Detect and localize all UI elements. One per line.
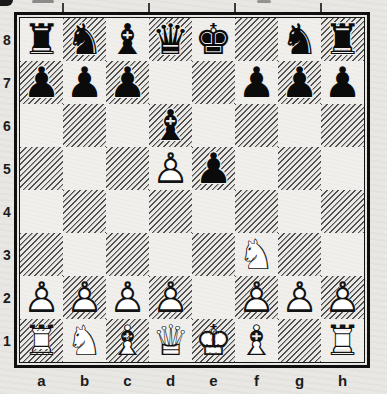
square-b2: ♟♙ (63, 276, 106, 319)
piece-outline-layer: ♘ (66, 320, 104, 362)
square-h3 (321, 233, 364, 276)
square-h5 (321, 147, 364, 190)
file-label-e: e (192, 372, 235, 389)
square-f3: ♞♘ (235, 233, 278, 276)
white-bishop-f1: ♝♗ (238, 320, 276, 362)
square-b6 (63, 104, 106, 147)
piece-outline-layer: ♙ (238, 277, 276, 319)
piece-outline-layer: ♘ (238, 234, 276, 276)
square-g6 (278, 104, 321, 147)
piece-outline-layer: ♙ (281, 277, 319, 319)
square-e6 (192, 104, 235, 147)
file-label-a: a (20, 372, 63, 389)
black-queen-d8: ♛ (152, 19, 190, 61)
piece-outline-layer: ♙ (152, 277, 190, 319)
square-c4 (106, 190, 149, 233)
white-queen-d1: ♛♕ (152, 320, 190, 362)
square-a4 (20, 190, 63, 233)
rank-labels: 8 7 6 5 4 3 2 1 (0, 18, 14, 362)
square-f5 (235, 147, 278, 190)
square-f7: ♟ (235, 61, 278, 104)
border-tick (62, 3, 64, 12)
chess-board: ♜♞♝♛♚♞♜♟♟♟♟♟♟♝♟♙♟♞♘♟♙♟♙♟♙♟♙♟♙♟♙♟♙♜♖♞♘♝♗♛… (20, 18, 364, 362)
square-f2: ♟♙ (235, 276, 278, 319)
black-pawn-h7: ♟ (324, 62, 362, 104)
square-e1: ♚♔ (192, 319, 235, 362)
square-f4 (235, 190, 278, 233)
file-label-c: c (106, 372, 149, 389)
white-pawn-d2: ♟♙ (152, 277, 190, 319)
square-d7 (149, 61, 192, 104)
piece-outline-layer: ♙ (324, 277, 362, 319)
square-c5 (106, 147, 149, 190)
scan-artifact (257, 0, 271, 3)
white-pawn-g2: ♟♙ (281, 277, 319, 319)
square-c8: ♝ (106, 18, 149, 61)
file-label-g: g (278, 372, 321, 389)
square-g2: ♟♙ (278, 276, 321, 319)
square-a8: ♜ (20, 18, 63, 61)
square-d3 (149, 233, 192, 276)
white-pawn-f2: ♟♙ (238, 277, 276, 319)
board-frame: ♜♞♝♛♚♞♜♟♟♟♟♟♟♝♟♙♟♞♘♟♙♟♙♟♙♟♙♟♙♟♙♟♙♜♖♞♘♝♗♛… (14, 12, 370, 368)
square-a6 (20, 104, 63, 147)
white-pawn-h2: ♟♙ (324, 277, 362, 319)
square-b3 (63, 233, 106, 276)
file-label-h: h (321, 372, 364, 389)
black-rook-h8: ♜ (324, 19, 362, 61)
black-pawn-f7: ♟ (238, 62, 276, 104)
white-pawn-b2: ♟♙ (66, 277, 104, 319)
square-h2: ♟♙ (321, 276, 364, 319)
square-h6 (321, 104, 364, 147)
black-pawn-e5: ♟ (195, 148, 233, 190)
square-c1: ♝♗ (106, 319, 149, 362)
square-d8: ♛ (149, 18, 192, 61)
piece-outline-layer: ♖ (23, 320, 61, 362)
square-e4 (192, 190, 235, 233)
black-pawn-c7: ♟ (109, 62, 147, 104)
file-labels: a b c d e f g h (20, 372, 364, 389)
piece-outline-layer: ♙ (23, 277, 61, 319)
piece-outline-layer: ♙ (66, 277, 104, 319)
white-knight-f3: ♞♘ (238, 234, 276, 276)
border-tick (320, 3, 322, 12)
square-c7: ♟ (106, 61, 149, 104)
white-pawn-c2: ♟♙ (109, 277, 147, 319)
square-e7 (192, 61, 235, 104)
square-h4 (321, 190, 364, 233)
square-f8 (235, 18, 278, 61)
black-pawn-g7: ♟ (281, 62, 319, 104)
piece-outline-layer: ♙ (109, 277, 147, 319)
square-d5: ♟♙ (149, 147, 192, 190)
black-king-e8: ♚ (195, 19, 233, 61)
square-b1: ♞♘ (63, 319, 106, 362)
white-pawn-d5: ♟♙ (152, 148, 190, 190)
white-pawn-a2: ♟♙ (23, 277, 61, 319)
rank-label-6: 6 (0, 104, 14, 147)
white-knight-b1: ♞♘ (66, 320, 104, 362)
square-c6 (106, 104, 149, 147)
white-rook-a1: ♜♖ (23, 320, 61, 362)
square-g1 (278, 319, 321, 362)
board-inner-border: ♜♞♝♛♚♞♜♟♟♟♟♟♟♝♟♙♟♞♘♟♙♟♙♟♙♟♙♟♙♟♙♟♙♜♖♞♘♝♗♛… (19, 17, 365, 363)
rank-label-7: 7 (0, 61, 14, 104)
square-g5 (278, 147, 321, 190)
black-knight-g8: ♞ (281, 19, 319, 61)
square-h8: ♜ (321, 18, 364, 61)
square-h1: ♜♖ (321, 319, 364, 362)
black-pawn-b7: ♟ (66, 62, 104, 104)
piece-outline-layer: ♔ (195, 320, 233, 362)
square-a2: ♟♙ (20, 276, 63, 319)
black-knight-b8: ♞ (66, 19, 104, 61)
piece-outline-layer: ♕ (152, 320, 190, 362)
square-e8: ♚ (192, 18, 235, 61)
square-a3 (20, 233, 63, 276)
piece-outline-layer: ♖ (324, 320, 362, 362)
piece-outline-layer: ♗ (109, 320, 147, 362)
square-d6: ♝ (149, 104, 192, 147)
square-g8: ♞ (278, 18, 321, 61)
rank-label-3: 3 (0, 233, 14, 276)
white-king-e1: ♚♔ (195, 320, 233, 362)
square-b4 (63, 190, 106, 233)
square-e2 (192, 276, 235, 319)
rank-label-1: 1 (0, 319, 14, 362)
square-b7: ♟ (63, 61, 106, 104)
white-bishop-c1: ♝♗ (109, 320, 147, 362)
square-d4 (149, 190, 192, 233)
square-b5 (63, 147, 106, 190)
rank-label-4: 4 (0, 190, 14, 233)
scan-artifact (0, 0, 13, 6)
square-h7: ♟ (321, 61, 364, 104)
black-bishop-c8: ♝ (109, 19, 147, 61)
piece-outline-layer: ♗ (238, 320, 276, 362)
file-label-b: b (63, 372, 106, 389)
square-d1: ♛♕ (149, 319, 192, 362)
piece-outline-layer: ♙ (152, 148, 190, 190)
black-rook-a8: ♜ (23, 19, 61, 61)
scan-artifact (32, 0, 54, 3)
square-f1: ♝♗ (235, 319, 278, 362)
square-b8: ♞ (63, 18, 106, 61)
square-g7: ♟ (278, 61, 321, 104)
rank-label-5: 5 (0, 147, 14, 190)
chess-diagram: 8 7 6 5 4 3 2 1 ♜♞♝♛♚♞♜♟♟♟♟♟♟♝♟♙♟♞♘♟♙♟♙♟… (0, 0, 387, 394)
rank-label-2: 2 (0, 276, 14, 319)
file-label-f: f (235, 372, 278, 389)
black-bishop-d6: ♝ (152, 105, 190, 147)
square-a1: ♜♖ (20, 319, 63, 362)
square-e3 (192, 233, 235, 276)
square-d2: ♟♙ (149, 276, 192, 319)
rank-label-8: 8 (0, 18, 14, 61)
square-e5: ♟ (192, 147, 235, 190)
border-tick (148, 3, 150, 12)
square-f6 (235, 104, 278, 147)
file-label-d: d (149, 372, 192, 389)
square-g3 (278, 233, 321, 276)
square-c3 (106, 233, 149, 276)
white-rook-h1: ♜♖ (324, 320, 362, 362)
black-pawn-a7: ♟ (23, 62, 61, 104)
border-tick (234, 3, 236, 12)
square-a7: ♟ (20, 61, 63, 104)
square-c2: ♟♙ (106, 276, 149, 319)
square-a5 (20, 147, 63, 190)
square-g4 (278, 190, 321, 233)
